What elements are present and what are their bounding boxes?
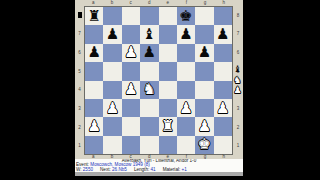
piece-black-king: ♚ xyxy=(179,9,192,24)
square-f4[interactable] xyxy=(177,81,195,99)
piece-black-pawn: ♟ xyxy=(198,45,211,60)
square-g4[interactable] xyxy=(195,81,213,99)
square-e6[interactable] xyxy=(159,44,177,62)
square-b7[interactable]: ♟ xyxy=(103,25,121,43)
game-info-footer: Averbakh, Yuri - Lilienthal, Andor 1-0 E… xyxy=(75,159,243,172)
square-g1[interactable]: ♚ xyxy=(195,136,213,154)
piece-white-pawn: ♟ xyxy=(216,101,229,116)
square-a8[interactable]: ♜ xyxy=(85,7,103,25)
square-g7[interactable] xyxy=(195,25,213,43)
square-f2[interactable] xyxy=(177,117,195,135)
rank-label-7: 7 xyxy=(233,25,243,44)
piece-white-knight: ♞ xyxy=(143,82,156,97)
square-c4[interactable]: ♟ xyxy=(122,81,140,99)
square-d3[interactable] xyxy=(140,99,158,117)
square-c1[interactable] xyxy=(122,136,140,154)
square-h5[interactable] xyxy=(214,62,232,80)
square-h4[interactable] xyxy=(214,81,232,99)
square-d5[interactable] xyxy=(140,62,158,80)
square-h1[interactable] xyxy=(214,136,232,154)
square-a3[interactable] xyxy=(85,99,103,117)
material-tray: ♝♞♟ xyxy=(232,64,243,96)
square-d8[interactable] xyxy=(140,7,158,25)
square-g5[interactable] xyxy=(195,62,213,80)
square-g3[interactable] xyxy=(195,99,213,117)
piece-black-rook: ♜ xyxy=(87,9,100,24)
tray-piece-white-knight: ♞ xyxy=(233,75,241,86)
piece-white-pawn: ♟ xyxy=(124,45,137,60)
square-b8[interactable] xyxy=(103,7,121,25)
rank-label-6: 6 xyxy=(233,43,243,62)
rank-label-8: 8 xyxy=(233,6,243,25)
square-c2[interactable] xyxy=(122,117,140,135)
square-h7[interactable]: ♟ xyxy=(214,25,232,43)
rank-label-5: 5 xyxy=(75,62,84,81)
square-c7[interactable] xyxy=(122,25,140,43)
video-frame: abcdefgh 87654321 ♜♚♟♝♟♟♟♟♟♟♟♞♟♟♟♟♜♟♚ 87… xyxy=(0,0,320,180)
square-h2[interactable] xyxy=(214,117,232,135)
square-f5[interactable] xyxy=(177,62,195,80)
rank-label-2: 2 xyxy=(233,118,243,137)
piece-white-pawn: ♟ xyxy=(87,119,100,134)
rank-label-7: 7 xyxy=(75,25,84,44)
rank-label-4: 4 xyxy=(75,81,84,100)
square-h6[interactable] xyxy=(214,44,232,62)
board-panel: abcdefgh 87654321 ♜♚♟♝♟♟♟♟♟♟♟♞♟♟♟♟♜♟♚ 87… xyxy=(75,0,243,159)
square-d1[interactable] xyxy=(140,136,158,154)
square-b3[interactable]: ♟ xyxy=(103,99,121,117)
square-d6[interactable]: ♟ xyxy=(140,44,158,62)
square-b4[interactable] xyxy=(103,81,121,99)
square-d2[interactable] xyxy=(140,117,158,135)
piece-black-pawn: ♟ xyxy=(106,27,119,42)
tray-piece-white-pawn: ♟ xyxy=(233,85,241,96)
square-e8[interactable] xyxy=(159,7,177,25)
square-e7[interactable] xyxy=(159,25,177,43)
square-a1[interactable] xyxy=(85,136,103,154)
board: ♜♚♟♝♟♟♟♟♟♟♟♞♟♟♟♟♜♟♚ xyxy=(84,6,233,155)
square-g6[interactable]: ♟ xyxy=(195,44,213,62)
square-a5[interactable] xyxy=(85,62,103,80)
piece-white-pawn: ♟ xyxy=(179,101,192,116)
square-c3[interactable] xyxy=(122,99,140,117)
rank-label-3: 3 xyxy=(75,99,84,118)
square-d4[interactable]: ♞ xyxy=(140,81,158,99)
square-g8[interactable] xyxy=(195,7,213,25)
square-d7[interactable]: ♝ xyxy=(140,25,158,43)
piece-white-rook: ♜ xyxy=(161,119,174,134)
square-h8[interactable] xyxy=(214,7,232,25)
square-e5[interactable] xyxy=(159,62,177,80)
rank-label-1: 1 xyxy=(233,136,243,155)
square-f8[interactable]: ♚ xyxy=(177,7,195,25)
square-b5[interactable] xyxy=(103,62,121,80)
black-to-move-indicator xyxy=(78,12,82,18)
rank-labels-left: 87654321 xyxy=(75,6,84,155)
piece-white-pawn: ♟ xyxy=(106,101,119,116)
square-h3[interactable]: ♟ xyxy=(214,99,232,117)
piece-white-king: ♚ xyxy=(198,137,211,152)
piece-black-pawn: ♟ xyxy=(87,45,100,60)
square-g2[interactable]: ♟ xyxy=(195,117,213,135)
rank-label-6: 6 xyxy=(75,43,84,62)
square-e4[interactable] xyxy=(159,81,177,99)
piece-black-pawn: ♟ xyxy=(143,45,156,60)
square-c5[interactable] xyxy=(122,62,140,80)
tray-piece-black-bishop: ♝ xyxy=(233,64,241,75)
square-a4[interactable] xyxy=(85,81,103,99)
square-e1[interactable] xyxy=(159,136,177,154)
rank-label-3: 3 xyxy=(233,99,243,118)
square-f3[interactable]: ♟ xyxy=(177,99,195,117)
piece-black-pawn: ♟ xyxy=(179,27,192,42)
footer-divider-bar xyxy=(75,172,243,176)
square-f1[interactable] xyxy=(177,136,195,154)
piece-black-pawn: ♟ xyxy=(216,27,229,42)
square-a7[interactable] xyxy=(85,25,103,43)
square-e2[interactable]: ♜ xyxy=(159,117,177,135)
piece-white-pawn: ♟ xyxy=(198,119,211,134)
piece-white-pawn: ♟ xyxy=(124,82,137,97)
rank-label-1: 1 xyxy=(75,136,84,155)
piece-black-bishop: ♝ xyxy=(143,27,156,42)
square-c6[interactable]: ♟ xyxy=(122,44,140,62)
square-f6[interactable] xyxy=(177,44,195,62)
square-b2[interactable] xyxy=(103,117,121,135)
square-e3[interactable] xyxy=(159,99,177,117)
square-a2[interactable]: ♟ xyxy=(85,117,103,135)
square-c8[interactable] xyxy=(122,7,140,25)
square-b6[interactable] xyxy=(103,44,121,62)
rank-label-2: 2 xyxy=(75,118,84,137)
square-a6[interactable]: ♟ xyxy=(85,44,103,62)
square-f7[interactable]: ♟ xyxy=(177,25,195,43)
square-b1[interactable] xyxy=(103,136,121,154)
